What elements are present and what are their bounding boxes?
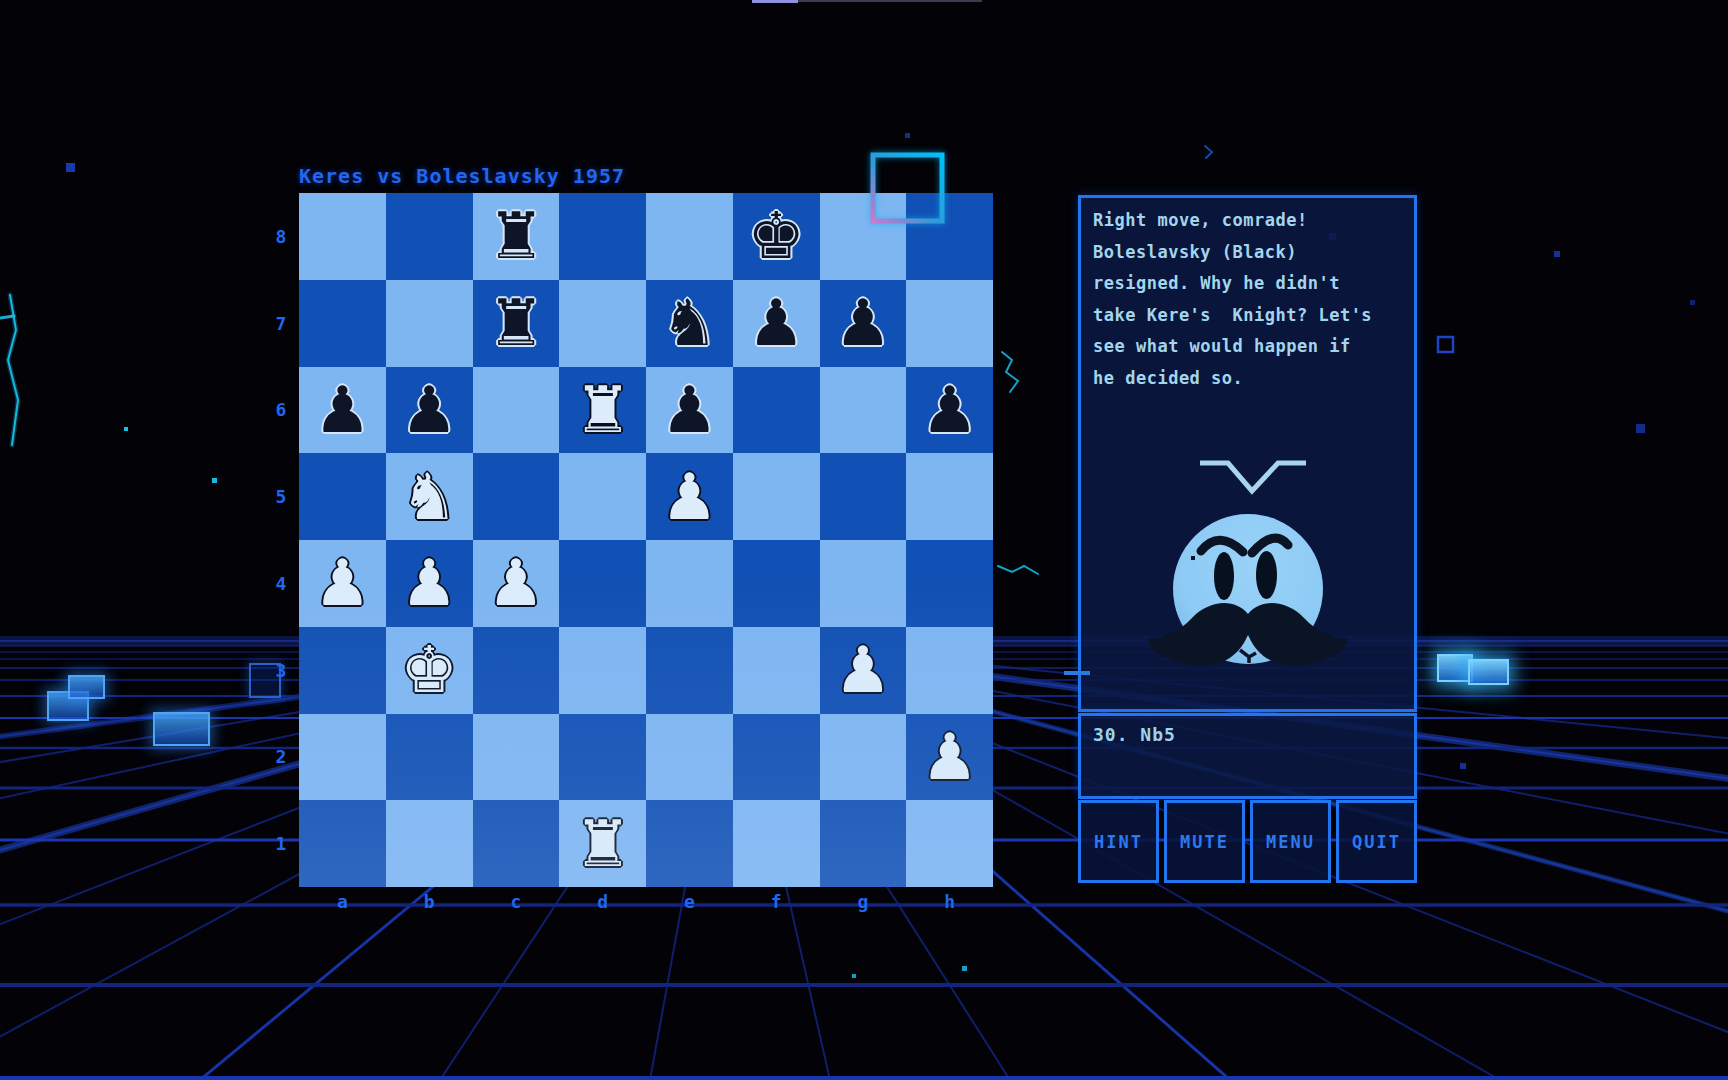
square-h7[interactable]: [906, 280, 993, 367]
square-d4[interactable]: [559, 540, 646, 627]
square-c5[interactable]: [473, 453, 560, 540]
chin-mark: [1240, 650, 1256, 663]
square-b6[interactable]: ♟: [386, 367, 473, 454]
piece-white-pawn: ♟: [487, 551, 544, 615]
board-cursor[interactable]: [868, 150, 948, 227]
left-eye: [1214, 552, 1234, 600]
square-d7[interactable]: [559, 280, 646, 367]
square-a3[interactable]: [299, 627, 386, 714]
square-a6[interactable]: ♟: [299, 367, 386, 454]
mustache: [1147, 603, 1349, 665]
menu-button[interactable]: MENU: [1250, 800, 1331, 883]
piece-black-pawn: ♟: [834, 291, 891, 355]
dialog-line: resigned. Why he didn't: [1081, 268, 1414, 300]
tick-dash: [1064, 671, 1090, 675]
rank-label-3: 3: [268, 627, 294, 714]
square-f2[interactable]: [733, 714, 820, 801]
dialog-line: he decided so.: [1081, 363, 1414, 395]
piece-black-knight: ♞: [661, 291, 718, 355]
rank-label-2: 2: [268, 714, 294, 801]
mole: [1191, 556, 1195, 560]
quit-button[interactable]: QUIT: [1336, 800, 1417, 883]
square-a1[interactable]: [299, 800, 386, 887]
rank-label-4: 4: [268, 540, 294, 627]
piece-black-pawn: ♟: [921, 378, 978, 442]
hint-button[interactable]: HINT: [1078, 800, 1159, 883]
square-g5[interactable]: [820, 453, 907, 540]
piece-white-knight: ♞: [400, 465, 457, 529]
piece-white-pawn: ♟: [314, 551, 371, 615]
square-b8[interactable]: [386, 193, 473, 280]
square-c1[interactable]: [473, 800, 560, 887]
square-b7[interactable]: [386, 280, 473, 367]
square-f7[interactable]: ♟: [733, 280, 820, 367]
chevron-down-icon: [1200, 463, 1306, 491]
square-c8[interactable]: ♜: [473, 193, 560, 280]
square-g3[interactable]: ♟: [820, 627, 907, 714]
square-e8[interactable]: [646, 193, 733, 280]
left-eyebrow: [1201, 540, 1243, 552]
square-b2[interactable]: [386, 714, 473, 801]
square-a2[interactable]: [299, 714, 386, 801]
square-g2[interactable]: [820, 714, 907, 801]
square-f3[interactable]: [733, 627, 820, 714]
square-c7[interactable]: ♜: [473, 280, 560, 367]
square-d6[interactable]: ♜: [559, 367, 646, 454]
dialog-line: see what would happen if: [1081, 331, 1414, 363]
square-d1[interactable]: ♜: [559, 800, 646, 887]
dialog-line: take Kere's Knight? Let's: [1081, 300, 1414, 332]
square-h5[interactable]: [906, 453, 993, 540]
file-label-f: f: [733, 888, 820, 914]
rank-label-6: 6: [268, 367, 294, 454]
square-g7[interactable]: ♟: [820, 280, 907, 367]
move-display-panel: 30. Nb5: [1078, 713, 1417, 799]
top-edge-sliver: [752, 0, 798, 3]
mute-button[interactable]: MUTE: [1164, 800, 1245, 883]
file-label-a: a: [299, 888, 386, 914]
piece-white-king: ♚: [400, 638, 457, 702]
rank-label-1: 1: [268, 800, 294, 887]
last-move-text: 30. Nb5: [1081, 716, 1414, 745]
square-g4[interactable]: [820, 540, 907, 627]
piece-black-rook: ♜: [487, 291, 544, 355]
square-b5[interactable]: ♞: [386, 453, 473, 540]
square-f6[interactable]: [733, 367, 820, 454]
square-a7[interactable]: [299, 280, 386, 367]
square-h3[interactable]: [906, 627, 993, 714]
square-c2[interactable]: [473, 714, 560, 801]
action-button-row: HINT MUTE MENU QUIT: [1078, 800, 1417, 883]
square-g1[interactable]: [820, 800, 907, 887]
glow-cube: [1468, 659, 1509, 685]
square-h4[interactable]: [906, 540, 993, 627]
piece-black-king: ♚: [747, 204, 804, 268]
glow-cube: [153, 712, 210, 746]
square-f4[interactable]: [733, 540, 820, 627]
square-e4[interactable]: [646, 540, 733, 627]
square-a8[interactable]: [299, 193, 386, 280]
mascot-dialog-panel: Right move, comrade! Boleslavsky (Black)…: [1078, 195, 1417, 712]
top-edge-sliver-dim: [798, 0, 982, 2]
square-b3[interactable]: ♚: [386, 627, 473, 714]
piece-white-pawn: ♟: [661, 465, 718, 529]
rank-label-8: 8: [268, 193, 294, 280]
square-d8[interactable]: [559, 193, 646, 280]
square-h1[interactable]: [906, 800, 993, 887]
file-label-c: c: [473, 888, 560, 914]
square-h2[interactable]: ♟: [906, 714, 993, 801]
square-d5[interactable]: [559, 453, 646, 540]
square-e1[interactable]: [646, 800, 733, 887]
glow-cube: [68, 675, 105, 699]
dialog-text: Right move, comrade! Boleslavsky (Black)…: [1081, 198, 1414, 394]
rank-label-5: 5: [268, 453, 294, 540]
piece-black-rook: ♜: [487, 204, 544, 268]
square-b4[interactable]: ♟: [386, 540, 473, 627]
chessboard: ♜♚♜♞♟♟♟♟♜♟♟♞♟♟♟♟♚♟♟♜: [299, 193, 993, 887]
square-h6[interactable]: ♟: [906, 367, 993, 454]
square-d3[interactable]: [559, 627, 646, 714]
mascot-head: [1173, 514, 1323, 664]
piece-white-pawn: ♟: [400, 551, 457, 615]
file-label-b: b: [386, 888, 473, 914]
square-c4[interactable]: ♟: [473, 540, 560, 627]
right-eyebrow: [1252, 538, 1288, 553]
square-e6[interactable]: ♟: [646, 367, 733, 454]
dialog-line: Right move, comrade!: [1081, 205, 1414, 237]
square-e2[interactable]: [646, 714, 733, 801]
piece-white-pawn: ♟: [834, 638, 891, 702]
piece-white-rook: ♜: [574, 378, 631, 442]
piece-black-pawn: ♟: [747, 291, 804, 355]
square-b1[interactable]: [386, 800, 473, 887]
game-title: Keres vs Boleslavsky 1957: [299, 164, 625, 188]
square-f1[interactable]: [733, 800, 820, 887]
square-e5[interactable]: ♟: [646, 453, 733, 540]
square-a5[interactable]: [299, 453, 386, 540]
square-d2[interactable]: [559, 714, 646, 801]
piece-black-pawn: ♟: [314, 378, 371, 442]
piece-white-rook: ♜: [574, 812, 631, 876]
square-c6[interactable]: [473, 367, 560, 454]
piece-black-pawn: ♟: [661, 378, 718, 442]
file-label-h: h: [906, 888, 993, 914]
square-e7[interactable]: ♞: [646, 280, 733, 367]
square-f5[interactable]: [733, 453, 820, 540]
file-label-d: d: [559, 888, 646, 914]
square-f8[interactable]: ♚: [733, 193, 820, 280]
right-eye: [1256, 551, 1277, 599]
piece-white-pawn: ♟: [921, 725, 978, 789]
square-e3[interactable]: [646, 627, 733, 714]
square-a4[interactable]: ♟: [299, 540, 386, 627]
rank-label-7: 7: [268, 280, 294, 367]
square-g6[interactable]: [820, 367, 907, 454]
piece-black-pawn: ♟: [400, 378, 457, 442]
dialog-line: Boleslavsky (Black): [1081, 237, 1414, 269]
file-label-e: e: [646, 888, 733, 914]
game-screen: Keres vs Boleslavsky 1957 ♜♚♜♞♟♟♟♟♜♟♟♞♟♟…: [0, 0, 1728, 1080]
file-label-g: g: [820, 888, 907, 914]
square-c3[interactable]: [473, 627, 560, 714]
